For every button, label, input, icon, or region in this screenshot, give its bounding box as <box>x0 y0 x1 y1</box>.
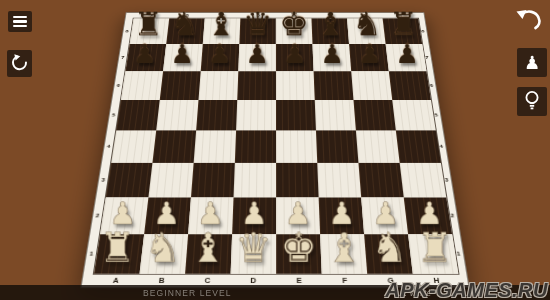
square-d3[interactable] <box>234 163 277 198</box>
piece-black-knight[interactable]: ♞ <box>352 8 381 41</box>
board-3d-tilt: ABCDEFGH ABCDEFGH 87654321 87654321 ♜♞♝♛… <box>80 12 470 288</box>
level-label: BEGINNER LEVEL <box>143 288 232 298</box>
piece-white-rook[interactable]: ♜ <box>417 228 454 269</box>
piece-black-pawn[interactable]: ♟ <box>358 42 382 68</box>
piece-white-knight[interactable]: ♞ <box>371 228 408 269</box>
square-h3[interactable] <box>400 163 447 198</box>
piece-black-knight[interactable]: ♞ <box>170 8 199 41</box>
rotate-circular-arrow-icon <box>10 53 29 75</box>
piece-black-rook[interactable]: ♜ <box>389 8 418 41</box>
square-f6[interactable] <box>314 71 354 100</box>
square-g5[interactable] <box>353 100 395 130</box>
undo-move-button[interactable] <box>514 7 544 32</box>
square-b6[interactable] <box>160 71 201 100</box>
piece-white-bishop[interactable]: ♝ <box>326 228 363 269</box>
square-e5[interactable] <box>276 100 316 130</box>
square-a5[interactable] <box>116 100 159 130</box>
square-g3[interactable] <box>358 163 403 198</box>
piece-black-pawn[interactable]: ♟ <box>320 42 344 68</box>
square-e6[interactable] <box>276 71 315 100</box>
hamburger-icon <box>13 16 27 18</box>
chess-board-grid: ♜♞♝♛♚♝♞♜♟♟♟♟♟♟♟♟♟♟♟♟♟♟♟♟♜♞♝♛♚♝♞♜ <box>94 18 458 273</box>
piece-black-pawn[interactable]: ♟ <box>395 42 419 68</box>
square-b1[interactable]: ♞ <box>140 234 189 273</box>
square-d5[interactable] <box>236 100 276 130</box>
lightbulb-icon <box>523 90 541 114</box>
piece-black-bishop[interactable]: ♝ <box>316 8 345 41</box>
piece-black-pawn[interactable]: ♟ <box>170 42 194 68</box>
piece-black-pawn[interactable]: ♟ <box>133 42 157 68</box>
square-h1[interactable]: ♜ <box>408 234 458 273</box>
square-a4[interactable] <box>111 130 156 162</box>
watermark: APK-GAMES.RU <box>385 279 548 300</box>
piece-white-queen[interactable]: ♛ <box>235 228 272 269</box>
square-a3[interactable] <box>106 163 153 198</box>
square-d6[interactable] <box>237 71 276 100</box>
piece-black-pawn[interactable]: ♟ <box>245 42 269 68</box>
square-b4[interactable] <box>152 130 196 162</box>
square-b3[interactable] <box>148 163 193 198</box>
square-c7[interactable]: ♟ <box>201 44 240 71</box>
square-c5[interactable] <box>196 100 237 130</box>
square-f4[interactable] <box>316 130 359 162</box>
square-d7[interactable]: ♟ <box>238 44 276 71</box>
board-scene: ABCDEFGH ABCDEFGH 87654321 87654321 ♜♞♝♛… <box>0 0 550 300</box>
square-h4[interactable] <box>396 130 441 162</box>
piece-black-pawn[interactable]: ♟ <box>208 42 232 68</box>
flip-board-button[interactable] <box>7 50 32 77</box>
square-g6[interactable] <box>351 71 392 100</box>
square-b5[interactable] <box>156 100 198 130</box>
square-e4[interactable] <box>276 130 317 162</box>
square-d1[interactable]: ♛ <box>231 234 277 273</box>
piece-black-bishop[interactable]: ♝ <box>207 8 236 41</box>
square-d4[interactable] <box>235 130 276 162</box>
square-h6[interactable] <box>389 71 431 100</box>
square-f5[interactable] <box>315 100 356 130</box>
square-a7[interactable]: ♟ <box>125 44 166 71</box>
board-frame: ABCDEFGH ABCDEFGH 87654321 87654321 ♜♞♝♛… <box>80 12 470 288</box>
square-a1[interactable]: ♜ <box>94 234 144 273</box>
player-mode-button[interactable]: ♟ <box>517 48 547 77</box>
square-c6[interactable] <box>198 71 238 100</box>
pawn-silhouette-icon: ♟ <box>524 54 540 72</box>
menu-button[interactable] <box>8 11 32 32</box>
piece-black-rook[interactable]: ♜ <box>134 8 163 41</box>
square-g1[interactable]: ♞ <box>364 234 413 273</box>
square-c3[interactable] <box>191 163 235 198</box>
hint-button[interactable] <box>517 87 547 116</box>
piece-black-queen[interactable]: ♛ <box>243 8 272 41</box>
square-e1[interactable]: ♚ <box>276 234 322 273</box>
square-f3[interactable] <box>317 163 361 198</box>
piece-white-knight[interactable]: ♞ <box>144 228 181 269</box>
undo-arrow-icon <box>515 19 543 34</box>
piece-white-king[interactable]: ♚ <box>281 228 318 269</box>
piece-black-king[interactable]: ♚ <box>279 8 308 41</box>
square-f1[interactable]: ♝ <box>320 234 367 273</box>
square-g7[interactable]: ♟ <box>349 44 389 71</box>
square-h5[interactable] <box>392 100 436 130</box>
square-c4[interactable] <box>194 130 236 162</box>
piece-white-bishop[interactable]: ♝ <box>190 228 227 269</box>
square-f7[interactable]: ♟ <box>312 44 351 71</box>
square-e3[interactable] <box>276 163 319 198</box>
square-c1[interactable]: ♝ <box>185 234 232 273</box>
square-h7[interactable]: ♟ <box>386 44 427 71</box>
square-e7[interactable]: ♟ <box>276 44 314 71</box>
piece-white-rook[interactable]: ♜ <box>99 228 136 269</box>
square-a6[interactable] <box>121 71 163 100</box>
square-b7[interactable]: ♟ <box>163 44 203 71</box>
piece-black-pawn[interactable]: ♟ <box>283 42 307 68</box>
square-g4[interactable] <box>356 130 400 162</box>
